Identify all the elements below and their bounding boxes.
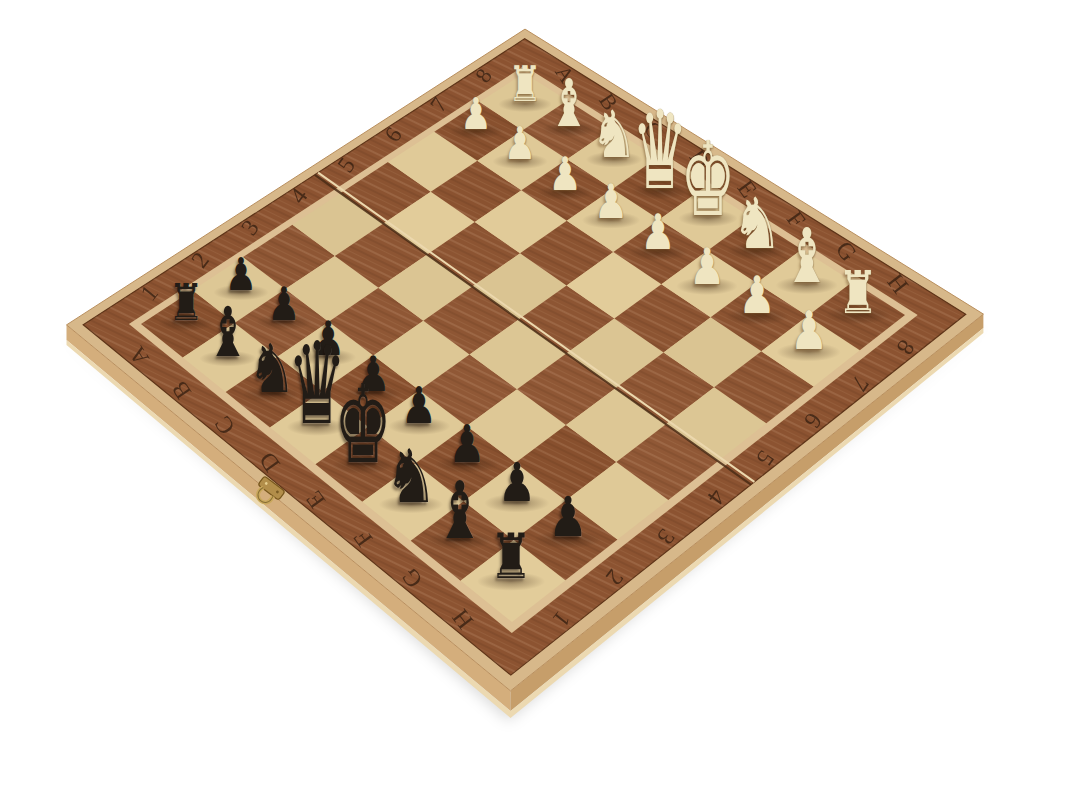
black-bishop-glyph: ♝ bbox=[434, 470, 485, 550]
black-pawn-glyph: ♟ bbox=[548, 491, 588, 546]
black-pawn-glyph: ♟ bbox=[401, 381, 437, 432]
white-rook-glyph: ♜ bbox=[838, 263, 879, 322]
chessboard: 1234567812345678ABCDEFGHABCDEFGH bbox=[0, 0, 1076, 791]
black-pawn-glyph: ♟ bbox=[497, 456, 536, 510]
black-rook-glyph: ♜ bbox=[489, 527, 533, 589]
photo-background: 1234567812345678ABCDEFGHABCDEFGH ♜♝♞♛♚♞♝… bbox=[0, 0, 1076, 791]
white-knight-glyph: ♞ bbox=[731, 189, 782, 260]
white-pawn-glyph: ♟ bbox=[641, 209, 676, 258]
white-bishop-glyph: ♝ bbox=[548, 71, 591, 137]
white-pawn-glyph: ♟ bbox=[548, 151, 581, 197]
white-pawn-glyph: ♟ bbox=[689, 242, 725, 292]
black-bishop-glyph: ♝ bbox=[206, 298, 250, 367]
white-bishop-glyph: ♝ bbox=[782, 219, 831, 295]
white-pawn-glyph: ♟ bbox=[594, 178, 628, 226]
white-pawn-glyph: ♟ bbox=[461, 92, 492, 136]
white-pawn-glyph: ♟ bbox=[738, 271, 775, 323]
white-king-glyph: ♚ bbox=[680, 129, 735, 232]
black-rook-glyph: ♜ bbox=[168, 278, 203, 329]
black-knight-glyph: ♞ bbox=[384, 439, 437, 513]
black-pawn-glyph: ♟ bbox=[225, 252, 257, 297]
white-knight-glyph: ♞ bbox=[591, 103, 638, 168]
white-pawn-glyph: ♟ bbox=[504, 121, 536, 166]
white-rook-glyph: ♜ bbox=[508, 61, 542, 110]
white-pawn-glyph: ♟ bbox=[789, 305, 827, 358]
